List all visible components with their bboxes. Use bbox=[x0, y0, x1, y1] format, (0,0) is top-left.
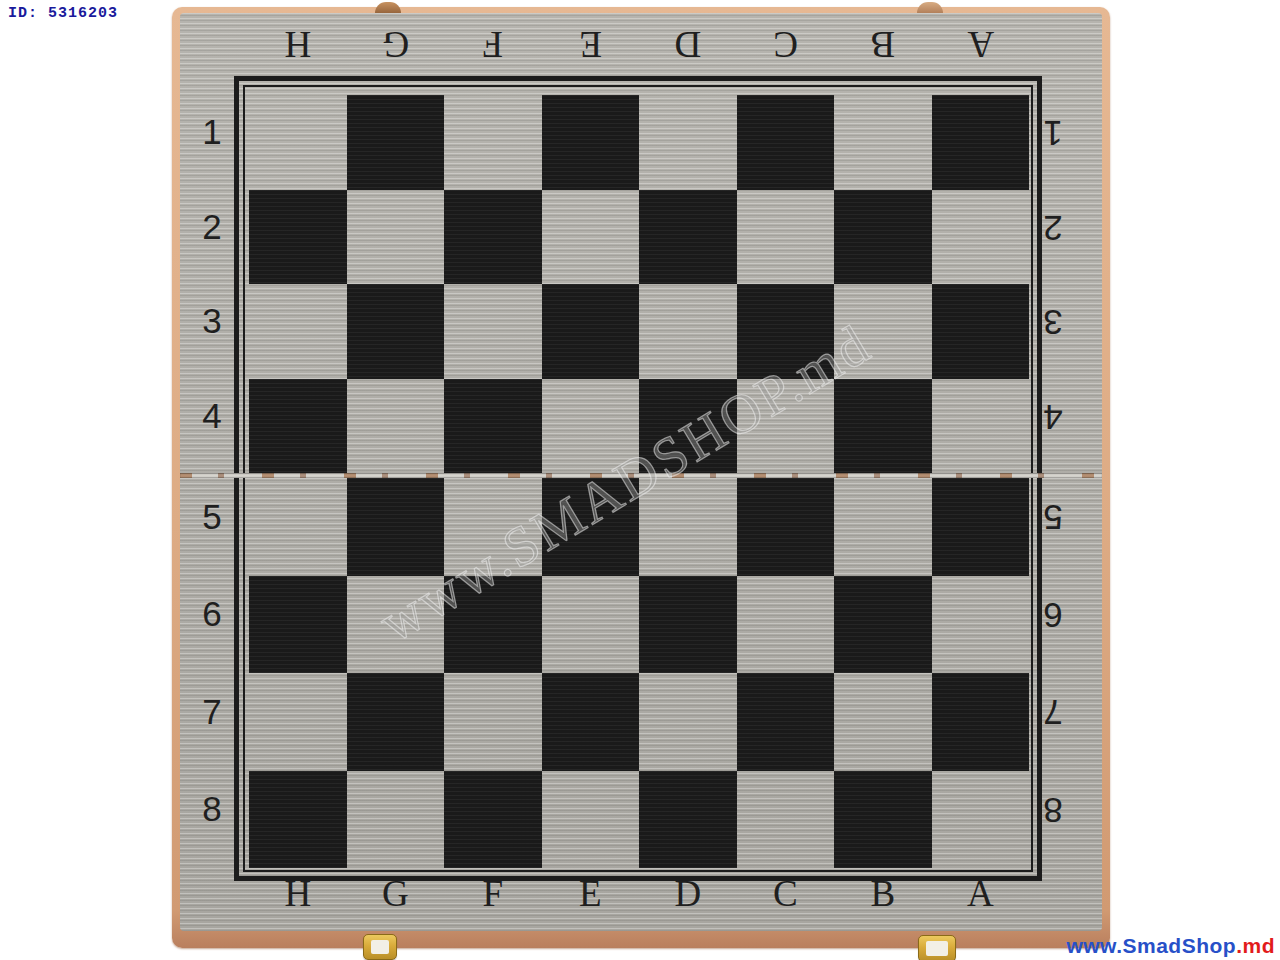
file-bottom-label-C: C bbox=[737, 867, 835, 919]
square-c8[interactable] bbox=[737, 771, 835, 869]
rank-left-label-1: 1 bbox=[190, 85, 234, 180]
square-h6[interactable] bbox=[249, 576, 347, 674]
rank-left-label-2: 2 bbox=[190, 180, 234, 275]
square-b2[interactable] bbox=[834, 190, 932, 285]
fold-seam bbox=[180, 473, 1102, 478]
file-top-label-B: B bbox=[834, 19, 932, 71]
board-upper-half bbox=[249, 95, 1029, 473]
clasp-right-icon bbox=[918, 935, 956, 960]
rank-right-label-8: 8 bbox=[1031, 761, 1075, 859]
square-a2[interactable] bbox=[932, 190, 1030, 285]
file-labels-top: HGFEDCBA bbox=[249, 19, 1029, 71]
square-h5[interactable] bbox=[249, 478, 347, 576]
clasp-right-plate bbox=[926, 941, 948, 956]
square-f5[interactable] bbox=[444, 478, 542, 576]
square-f6[interactable] bbox=[444, 576, 542, 674]
site-tld: .md bbox=[1236, 934, 1275, 957]
chessboard-box: HGFEDCBA HGFEDCBA 1234 5678 1234 5678 ww… bbox=[172, 7, 1110, 948]
clasp-left-icon bbox=[363, 934, 397, 960]
square-d3[interactable] bbox=[639, 284, 737, 379]
square-c4[interactable] bbox=[737, 379, 835, 474]
square-e3[interactable] bbox=[542, 284, 640, 379]
square-g2[interactable] bbox=[347, 190, 445, 285]
rank-left-label-6: 6 bbox=[190, 566, 234, 664]
square-b4[interactable] bbox=[834, 379, 932, 474]
square-a8[interactable] bbox=[932, 771, 1030, 869]
square-f1[interactable] bbox=[444, 95, 542, 190]
file-top-label-G: G bbox=[347, 19, 445, 71]
square-d6[interactable] bbox=[639, 576, 737, 674]
square-g1[interactable] bbox=[347, 95, 445, 190]
square-h3[interactable] bbox=[249, 284, 347, 379]
rank-labels-left-lower: 5678 bbox=[190, 478, 234, 868]
product-id-label: ID: 5316203 bbox=[8, 5, 118, 22]
file-bottom-label-G: G bbox=[347, 867, 445, 919]
rank-right-label-3: 3 bbox=[1031, 274, 1075, 369]
square-a7[interactable] bbox=[932, 673, 1030, 771]
square-d7[interactable] bbox=[639, 673, 737, 771]
square-f8[interactable] bbox=[444, 771, 542, 869]
rank-left-label-5: 5 bbox=[190, 468, 234, 566]
square-c3[interactable] bbox=[737, 284, 835, 379]
square-e2[interactable] bbox=[542, 190, 640, 285]
square-e8[interactable] bbox=[542, 771, 640, 869]
square-e4[interactable] bbox=[542, 379, 640, 474]
square-d2[interactable] bbox=[639, 190, 737, 285]
square-c6[interactable] bbox=[737, 576, 835, 674]
square-c1[interactable] bbox=[737, 95, 835, 190]
square-e6[interactable] bbox=[542, 576, 640, 674]
square-g6[interactable] bbox=[347, 576, 445, 674]
square-b7[interactable] bbox=[834, 673, 932, 771]
product-photo: ID: 5316203 HGFEDCBA HGFEDCBA 1234 5678 … bbox=[0, 0, 1280, 960]
clasp-left-plate bbox=[371, 940, 389, 954]
board-lower-half bbox=[249, 478, 1029, 868]
rank-left-label-8: 8 bbox=[190, 761, 234, 859]
file-bottom-label-H: H bbox=[249, 867, 347, 919]
rank-right-label-1: 1 bbox=[1031, 85, 1075, 180]
square-e7[interactable] bbox=[542, 673, 640, 771]
rank-right-label-2: 2 bbox=[1031, 180, 1075, 275]
site-watermark: www.SmadShop.md bbox=[1066, 934, 1275, 958]
file-top-label-F: F bbox=[444, 19, 542, 71]
square-e5[interactable] bbox=[542, 478, 640, 576]
rank-labels-right-lower: 5678 bbox=[1031, 478, 1075, 868]
file-bottom-label-D: D bbox=[639, 867, 737, 919]
square-b3[interactable] bbox=[834, 284, 932, 379]
square-a1[interactable] bbox=[932, 95, 1030, 190]
square-b1[interactable] bbox=[834, 95, 932, 190]
square-g4[interactable] bbox=[347, 379, 445, 474]
hinge-left-icon bbox=[375, 2, 401, 13]
square-g8[interactable] bbox=[347, 771, 445, 869]
square-d5[interactable] bbox=[639, 478, 737, 576]
square-g7[interactable] bbox=[347, 673, 445, 771]
file-bottom-label-A: A bbox=[932, 867, 1030, 919]
file-top-label-D: D bbox=[639, 19, 737, 71]
rank-labels-left-upper: 1234 bbox=[190, 95, 234, 473]
square-a6[interactable] bbox=[932, 576, 1030, 674]
file-labels-bottom: HGFEDCBA bbox=[249, 867, 1029, 919]
square-c5[interactable] bbox=[737, 478, 835, 576]
file-top-label-E: E bbox=[542, 19, 640, 71]
square-f2[interactable] bbox=[444, 190, 542, 285]
square-d8[interactable] bbox=[639, 771, 737, 869]
square-a5[interactable] bbox=[932, 478, 1030, 576]
square-a4[interactable] bbox=[932, 379, 1030, 474]
square-d4[interactable] bbox=[639, 379, 737, 474]
rank-right-label-7: 7 bbox=[1031, 663, 1075, 761]
rank-left-label-4: 4 bbox=[190, 369, 234, 464]
square-f3[interactable] bbox=[444, 284, 542, 379]
file-top-label-H: H bbox=[249, 19, 347, 71]
hinge-right-icon bbox=[917, 2, 943, 13]
square-a3[interactable] bbox=[932, 284, 1030, 379]
square-h7[interactable] bbox=[249, 673, 347, 771]
file-top-label-A: A bbox=[932, 19, 1030, 71]
square-h2[interactable] bbox=[249, 190, 347, 285]
square-b5[interactable] bbox=[834, 478, 932, 576]
square-h4[interactable] bbox=[249, 379, 347, 474]
square-c7[interactable] bbox=[737, 673, 835, 771]
rank-left-label-3: 3 bbox=[190, 274, 234, 369]
square-e1[interactable] bbox=[542, 95, 640, 190]
rank-labels-right-upper: 1234 bbox=[1031, 95, 1075, 473]
file-bottom-label-F: F bbox=[444, 867, 542, 919]
file-bottom-label-B: B bbox=[834, 867, 932, 919]
board-face: HGFEDCBA HGFEDCBA 1234 5678 1234 5678 ww… bbox=[180, 13, 1102, 931]
rank-left-label-7: 7 bbox=[190, 663, 234, 761]
rank-right-label-5: 5 bbox=[1031, 468, 1075, 566]
square-d1[interactable] bbox=[639, 95, 737, 190]
square-g3[interactable] bbox=[347, 284, 445, 379]
square-g5[interactable] bbox=[347, 478, 445, 576]
square-h8[interactable] bbox=[249, 771, 347, 869]
site-name: www.SmadShop bbox=[1066, 934, 1236, 957]
square-c2[interactable] bbox=[737, 190, 835, 285]
rank-right-label-4: 4 bbox=[1031, 369, 1075, 464]
square-h1[interactable] bbox=[249, 95, 347, 190]
file-top-label-C: C bbox=[737, 19, 835, 71]
square-f7[interactable] bbox=[444, 673, 542, 771]
square-f4[interactable] bbox=[444, 379, 542, 474]
rank-right-label-6: 6 bbox=[1031, 566, 1075, 664]
file-bottom-label-E: E bbox=[542, 867, 640, 919]
square-b8[interactable] bbox=[834, 771, 932, 869]
square-b6[interactable] bbox=[834, 576, 932, 674]
